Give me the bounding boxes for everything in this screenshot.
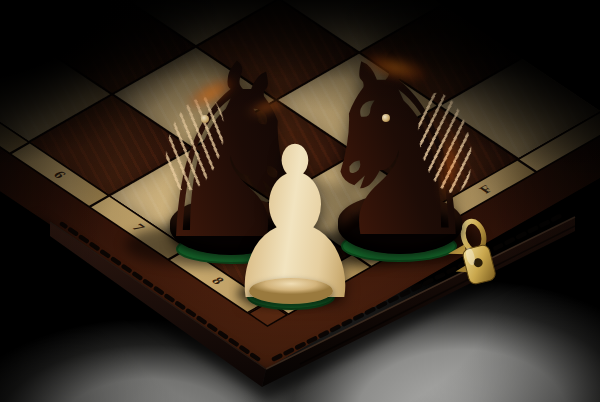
photo-stage: 6 7 8 G F <box>0 0 600 402</box>
knight-right-eye <box>382 114 390 122</box>
knight-left-eye <box>201 115 209 123</box>
pawn-base <box>249 278 333 304</box>
